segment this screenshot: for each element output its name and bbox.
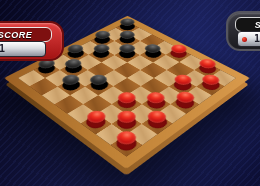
turn-indicator-dot (242, 37, 247, 42)
score-label-black: SCORE (235, 17, 260, 32)
checker-red[interactable] (113, 136, 140, 155)
board-square[interactable] (57, 78, 85, 95)
score-value-black: 1 (254, 34, 260, 44)
score-display-black: 1 (237, 31, 260, 47)
score-label-red: SCORE (0, 27, 52, 42)
score-display-red: 1 (0, 41, 46, 57)
score-value-red: 1 (0, 44, 5, 54)
game-screen: SCORE 1 SCORE 1 (0, 0, 260, 186)
score-panel-black: SCORE 1 (226, 11, 260, 51)
score-panel-red: SCORE 1 (0, 21, 64, 61)
